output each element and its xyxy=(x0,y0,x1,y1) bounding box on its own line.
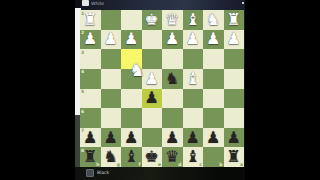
white-knight[interactable]: ♞ xyxy=(203,10,224,30)
glare-dot xyxy=(242,2,244,4)
video-frame: White 1♜♚♛♝♞♜2♟♟♟♟♟♟♟34♟♞♝5♟67♟♟♟♟♟♟♟8h♜… xyxy=(75,0,245,180)
black-rook[interactable]: ♜ xyxy=(224,147,245,167)
square-h3[interactable]: 3 xyxy=(80,49,101,69)
white-pawn[interactable]: ♟ xyxy=(121,30,142,50)
white-pawn[interactable]: ♟ xyxy=(224,30,245,50)
square-a7[interactable]: ♟ xyxy=(224,128,245,148)
square-h2[interactable]: 2♟ xyxy=(80,30,101,50)
square-b4[interactable] xyxy=(203,69,224,89)
player-name: Black xyxy=(97,170,109,175)
black-pawn[interactable]: ♟ xyxy=(203,128,224,148)
white-pawn[interactable]: ♟ xyxy=(80,30,101,50)
white-pawn[interactable]: ♟ xyxy=(162,30,183,50)
square-h1[interactable]: 1♜ xyxy=(80,10,101,30)
square-f1[interactable] xyxy=(121,10,142,30)
square-f5[interactable] xyxy=(121,89,142,109)
square-c6[interactable] xyxy=(183,108,204,128)
rank-label-5: 5 xyxy=(81,89,84,94)
square-g1[interactable] xyxy=(101,10,122,30)
black-rook[interactable]: ♜ xyxy=(80,147,101,167)
square-e7[interactable] xyxy=(142,128,163,148)
black-pawn[interactable]: ♟ xyxy=(183,128,204,148)
square-a8[interactable]: a♜ xyxy=(224,147,245,167)
white-pawn[interactable]: ♟ xyxy=(183,30,204,50)
rank-label-4: 4 xyxy=(81,69,84,74)
square-c3[interactable] xyxy=(183,49,204,69)
square-b3[interactable] xyxy=(203,49,224,69)
player-avatar[interactable] xyxy=(86,169,94,177)
square-d4[interactable]: ♞ xyxy=(162,69,183,89)
file-label-b: b xyxy=(219,162,222,167)
opponent-name: White xyxy=(91,1,104,6)
black-pawn[interactable]: ♟ xyxy=(121,128,142,148)
square-c7[interactable]: ♟ xyxy=(183,128,204,148)
square-a1[interactable]: ♜ xyxy=(224,10,245,30)
square-d7[interactable]: ♟ xyxy=(162,128,183,148)
square-a4[interactable] xyxy=(224,69,245,89)
square-a3[interactable] xyxy=(224,49,245,69)
white-rook[interactable]: ♜ xyxy=(80,10,101,30)
white-king[interactable]: ♚ xyxy=(142,10,163,30)
black-knight[interactable]: ♞ xyxy=(162,69,183,89)
white-pawn[interactable]: ♟ xyxy=(203,30,224,50)
square-g3[interactable] xyxy=(101,49,122,69)
square-h7[interactable]: 7♟ xyxy=(80,128,101,148)
black-pawn[interactable]: ♟ xyxy=(162,128,183,148)
square-a5[interactable] xyxy=(224,89,245,109)
square-h5[interactable]: 5 xyxy=(80,89,101,109)
square-f6[interactable] xyxy=(121,108,142,128)
black-pawn[interactable]: ♟ xyxy=(224,128,245,148)
black-queen[interactable]: ♛ xyxy=(162,147,183,167)
square-e8[interactable]: e♚ xyxy=(142,147,163,167)
square-d6[interactable] xyxy=(162,108,183,128)
square-f7[interactable]: ♟ xyxy=(121,128,142,148)
square-c4[interactable]: ♝ xyxy=(183,69,204,89)
square-e1[interactable]: ♚ xyxy=(142,10,163,30)
white-bishop[interactable]: ♝ xyxy=(183,10,204,30)
square-b7[interactable]: ♟ xyxy=(203,128,224,148)
square-e2[interactable] xyxy=(142,30,163,50)
black-knight[interactable]: ♞ xyxy=(101,147,122,167)
square-b1[interactable]: ♞ xyxy=(203,10,224,30)
rank-label-6: 6 xyxy=(81,109,84,114)
white-rook[interactable]: ♜ xyxy=(224,10,245,30)
square-d1[interactable]: ♛ xyxy=(162,10,183,30)
black-bishop[interactable]: ♝ xyxy=(183,147,204,167)
white-queen[interactable]: ♛ xyxy=(162,10,183,30)
square-h8[interactable]: 8h♜ xyxy=(80,147,101,167)
chess-board[interactable]: 1♜♚♛♝♞♜2♟♟♟♟♟♟♟34♟♞♝5♟67♟♟♟♟♟♟♟8h♜g♞f♝e♚… xyxy=(80,10,244,167)
square-g6[interactable] xyxy=(101,108,122,128)
square-d8[interactable]: d♛ xyxy=(162,147,183,167)
white-knight-animating[interactable]: ♞ xyxy=(127,60,148,80)
square-d5[interactable] xyxy=(162,89,183,109)
square-b8[interactable]: b xyxy=(203,147,224,167)
square-h4[interactable]: 4 xyxy=(80,69,101,89)
square-g8[interactable]: g♞ xyxy=(101,147,122,167)
square-c8[interactable]: c♝ xyxy=(183,147,204,167)
white-bishop[interactable]: ♝ xyxy=(183,69,204,89)
square-g2[interactable]: ♟ xyxy=(101,30,122,50)
square-h6[interactable]: 6 xyxy=(80,108,101,128)
square-a6[interactable] xyxy=(224,108,245,128)
square-g4[interactable] xyxy=(101,69,122,89)
rank-label-3: 3 xyxy=(81,50,84,55)
black-king[interactable]: ♚ xyxy=(142,147,163,167)
square-g5[interactable] xyxy=(101,89,122,109)
square-b6[interactable] xyxy=(203,108,224,128)
white-pawn[interactable]: ♟ xyxy=(101,30,122,50)
square-g7[interactable]: ♟ xyxy=(101,128,122,148)
black-pawn[interactable]: ♟ xyxy=(101,128,122,148)
black-pawn[interactable]: ♟ xyxy=(142,89,163,109)
square-d3[interactable] xyxy=(162,49,183,69)
square-b2[interactable]: ♟ xyxy=(203,30,224,50)
square-f8[interactable]: f♝ xyxy=(121,147,142,167)
square-e6[interactable] xyxy=(142,108,163,128)
square-a2[interactable]: ♟ xyxy=(224,30,245,50)
square-c5[interactable] xyxy=(183,89,204,109)
black-pawn[interactable]: ♟ xyxy=(80,128,101,148)
square-b5[interactable] xyxy=(203,89,224,109)
square-c2[interactable]: ♟ xyxy=(183,30,204,50)
square-f2[interactable]: ♟ xyxy=(121,30,142,50)
square-d2[interactable]: ♟ xyxy=(162,30,183,50)
black-bishop[interactable]: ♝ xyxy=(121,147,142,167)
square-e5[interactable]: ♟ xyxy=(142,89,163,109)
square-c1[interactable]: ♝ xyxy=(183,10,204,30)
opponent-avatar[interactable] xyxy=(82,0,89,6)
